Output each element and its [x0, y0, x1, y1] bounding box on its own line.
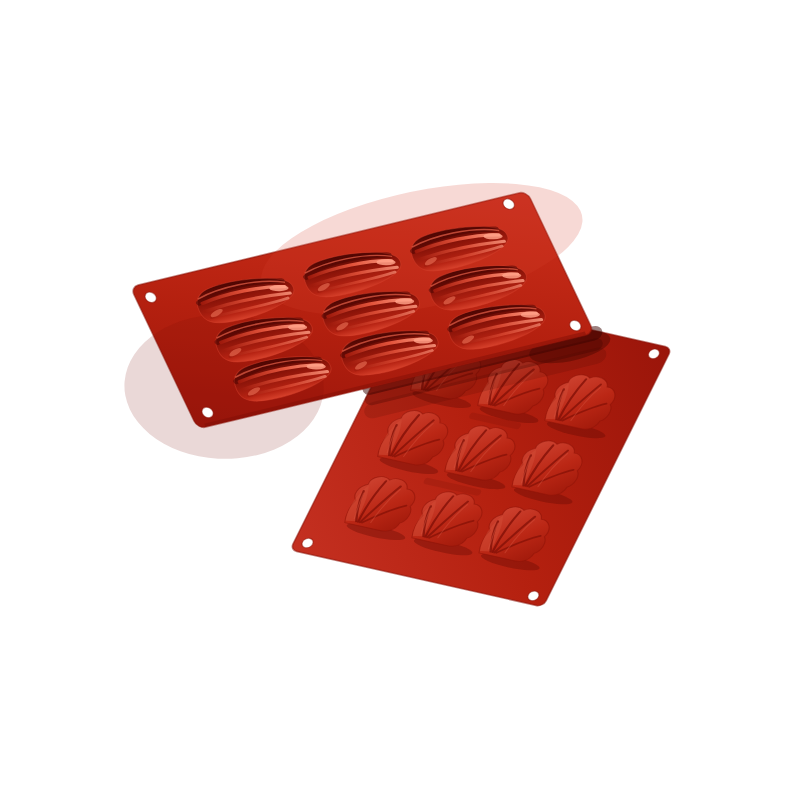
- product-photo-stage: [0, 0, 800, 800]
- product-photo: [0, 0, 800, 800]
